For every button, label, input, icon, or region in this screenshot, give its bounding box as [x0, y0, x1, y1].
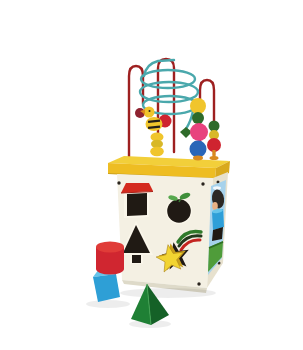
yellow-column-bead-3	[150, 147, 164, 157]
pink-ball	[190, 123, 208, 141]
maze-beads	[135, 98, 221, 160]
green-bead-right	[209, 121, 220, 132]
duck-eye	[149, 110, 151, 112]
block-shadow-left	[86, 300, 130, 308]
duck-body	[146, 117, 163, 131]
screw-top-right	[201, 182, 204, 185]
red-cylinder-block	[96, 242, 124, 275]
green-bead-center	[192, 112, 204, 124]
panel-figure-face	[212, 202, 218, 210]
apple-round-hole	[167, 199, 191, 223]
house-cutout	[121, 183, 153, 218]
screw-bottom-right	[197, 282, 200, 285]
center-stack-base	[193, 156, 203, 161]
tree-trunk	[132, 255, 141, 263]
duck-head	[144, 107, 155, 118]
screw-top-left	[117, 181, 120, 184]
center-bead-stack	[190, 98, 209, 160]
yellow-bead-column	[150, 133, 164, 157]
blue-ball	[190, 141, 207, 158]
product-photo	[40, 16, 303, 350]
blue-cube-front	[93, 274, 120, 302]
red-ball-right	[207, 138, 221, 152]
right-stack-base	[210, 156, 219, 160]
red-cylinder-top	[96, 242, 124, 253]
teal-wire-lower-tail	[186, 111, 193, 129]
yellow-ball	[190, 98, 206, 114]
right-bead-stack	[207, 121, 221, 161]
toy-illustration	[40, 16, 303, 350]
activity-cube	[108, 156, 230, 298]
panel-cloud	[213, 186, 221, 190]
house-square-hole	[127, 193, 147, 216]
cube-shadow	[120, 288, 216, 298]
